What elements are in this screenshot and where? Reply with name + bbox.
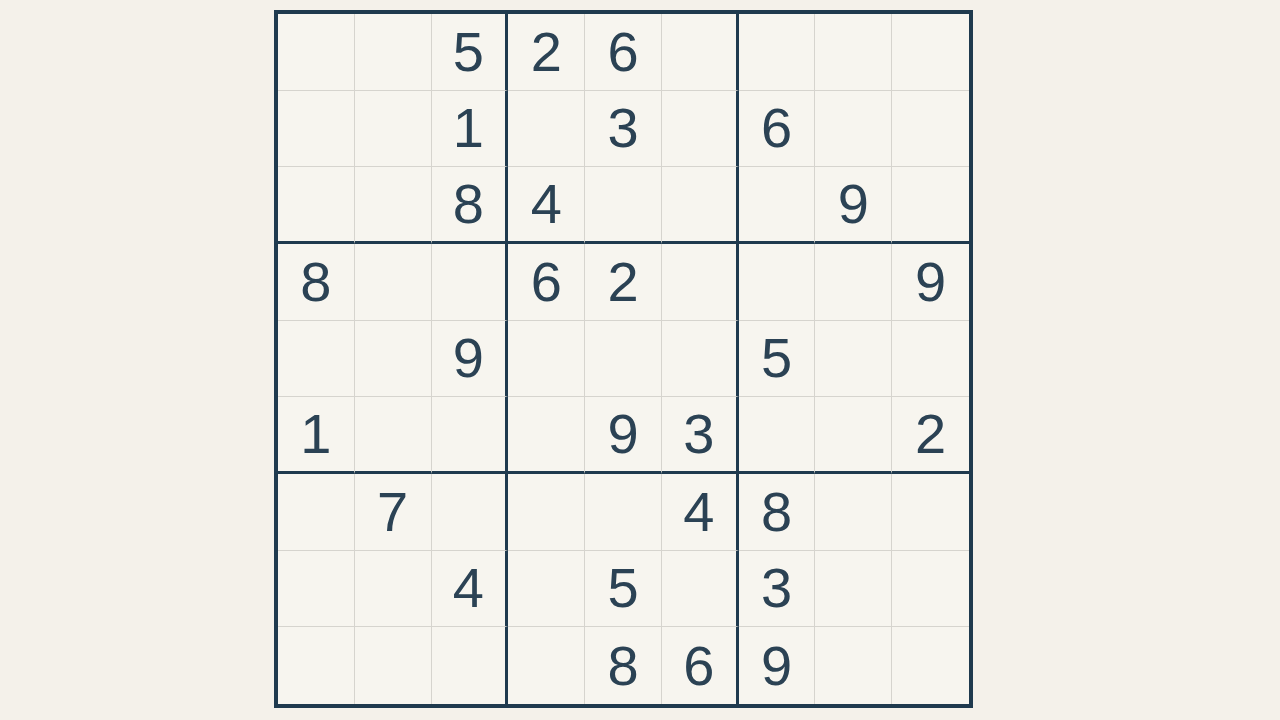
cell-r6c8[interactable] [815,397,892,474]
cell-r5c9[interactable] [892,321,969,398]
cell-r7c9[interactable] [892,474,969,551]
cell-r4c4[interactable]: 6 [508,244,585,321]
cell-r9c1[interactable] [278,627,355,704]
cell-r6c1[interactable]: 1 [278,397,355,474]
cell-r2c5[interactable]: 3 [585,91,662,168]
cell-r9c5[interactable]: 8 [585,627,662,704]
cell-r5c5[interactable] [585,321,662,398]
cell-r5c8[interactable] [815,321,892,398]
cell-r7c7[interactable]: 8 [739,474,816,551]
cell-r4c2[interactable] [355,244,432,321]
cell-r3c8[interactable]: 9 [815,167,892,244]
cell-r9c8[interactable] [815,627,892,704]
cell-r8c7[interactable]: 3 [739,551,816,628]
cell-r2c3[interactable]: 1 [432,91,509,168]
cell-r7c1[interactable] [278,474,355,551]
cell-r6c5[interactable]: 9 [585,397,662,474]
cell-r2c7[interactable]: 6 [739,91,816,168]
cell-r8c5[interactable]: 5 [585,551,662,628]
cell-r1c6[interactable] [662,14,739,91]
cell-r9c4[interactable] [508,627,585,704]
cell-r8c2[interactable] [355,551,432,628]
cell-r3c2[interactable] [355,167,432,244]
cell-r6c9[interactable]: 2 [892,397,969,474]
cell-r1c9[interactable] [892,14,969,91]
cell-r2c2[interactable] [355,91,432,168]
cell-r9c7[interactable]: 9 [739,627,816,704]
cell-r1c2[interactable] [355,14,432,91]
cell-r6c6[interactable]: 3 [662,397,739,474]
cell-r6c3[interactable] [432,397,509,474]
cell-r1c4[interactable]: 2 [508,14,585,91]
cell-r7c2[interactable]: 7 [355,474,432,551]
cell-r4c7[interactable] [739,244,816,321]
cell-r5c4[interactable] [508,321,585,398]
cell-r4c5[interactable]: 2 [585,244,662,321]
cell-r1c7[interactable] [739,14,816,91]
cell-r5c2[interactable] [355,321,432,398]
cell-r1c1[interactable] [278,14,355,91]
cell-r7c4[interactable] [508,474,585,551]
cell-r3c4[interactable]: 4 [508,167,585,244]
cell-r8c6[interactable] [662,551,739,628]
cell-r7c6[interactable]: 4 [662,474,739,551]
cell-r4c9[interactable]: 9 [892,244,969,321]
cell-r4c3[interactable] [432,244,509,321]
cell-r8c4[interactable] [508,551,585,628]
cell-r1c3[interactable]: 5 [432,14,509,91]
cell-r4c1[interactable]: 8 [278,244,355,321]
cell-r3c1[interactable] [278,167,355,244]
cell-r8c3[interactable]: 4 [432,551,509,628]
cell-r6c2[interactable] [355,397,432,474]
cell-r6c4[interactable] [508,397,585,474]
cell-r8c1[interactable] [278,551,355,628]
cell-r5c1[interactable] [278,321,355,398]
cell-r1c5[interactable]: 6 [585,14,662,91]
cell-r3c6[interactable] [662,167,739,244]
cell-r7c8[interactable] [815,474,892,551]
cell-r9c9[interactable] [892,627,969,704]
cell-r5c7[interactable]: 5 [739,321,816,398]
cell-r7c5[interactable] [585,474,662,551]
cell-r7c3[interactable] [432,474,509,551]
cell-r1c8[interactable] [815,14,892,91]
cell-r2c4[interactable] [508,91,585,168]
cell-r9c6[interactable]: 6 [662,627,739,704]
cell-r4c8[interactable] [815,244,892,321]
cell-r3c3[interactable]: 8 [432,167,509,244]
cell-r2c8[interactable] [815,91,892,168]
cell-r3c5[interactable] [585,167,662,244]
sudoku-board: 5261368498629951932748453869 [274,10,973,708]
cell-r6c7[interactable] [739,397,816,474]
cell-r8c8[interactable] [815,551,892,628]
cell-r2c1[interactable] [278,91,355,168]
cell-r3c7[interactable] [739,167,816,244]
cell-r2c9[interactable] [892,91,969,168]
cell-r5c6[interactable] [662,321,739,398]
cell-r8c9[interactable] [892,551,969,628]
cell-r5c3[interactable]: 9 [432,321,509,398]
cell-r9c3[interactable] [432,627,509,704]
cell-r3c9[interactable] [892,167,969,244]
cell-r9c2[interactable] [355,627,432,704]
cell-r4c6[interactable] [662,244,739,321]
cell-r2c6[interactable] [662,91,739,168]
